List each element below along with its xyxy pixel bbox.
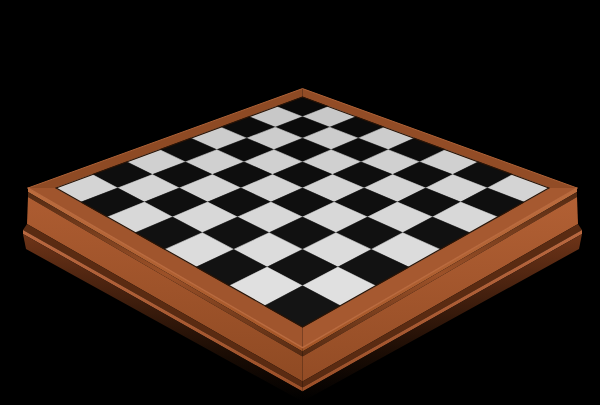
- chessboard-3d-scene: [0, 0, 600, 405]
- chessboard-3d-render: [0, 0, 600, 405]
